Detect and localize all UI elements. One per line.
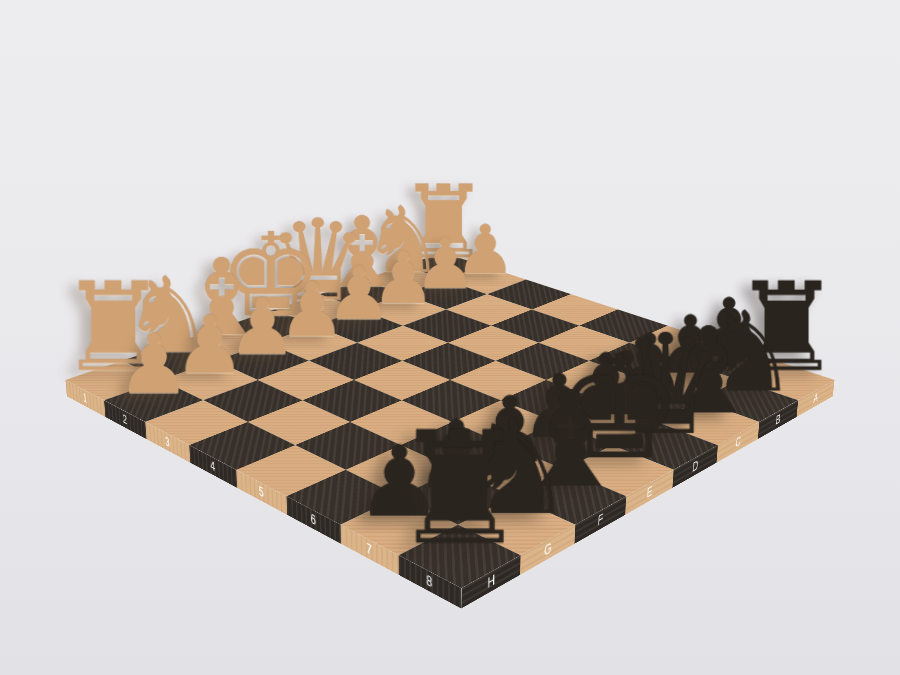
perspective-stage: ♜♟♟♜♞♟♟♞♝♟♟♝♛♟♟♛♚♟♟♚♝♟♟♝♞♟♟♞♜♟♟♜ 1234567… — [0, 0, 900, 675]
chessboard: ♜♟♟♜♞♟♟♞♝♟♟♝♛♟♟♛♚♟♟♚♝♟♟♝♞♟♟♞♜♟♟♜ 1234567… — [65, 253, 834, 589]
edge-label-text: 6 — [310, 512, 316, 528]
edge-label-text: 3 — [165, 435, 170, 449]
edge-label-text: 4 — [210, 459, 216, 474]
scene-background: ♜♟♟♜♞♟♟♞♝♟♟♝♛♟♟♛♚♟♟♚♝♟♟♝♞♟♟♞♜♟♟♜ 1234567… — [0, 0, 900, 675]
edge-label-text: 8 — [426, 573, 433, 590]
piece-white-pawn[interactable]: ♟ — [96, 324, 211, 406]
edge-label-text: H — [487, 573, 495, 591]
edge-label-text: 2 — [122, 413, 127, 427]
edge-label-text: 1 — [83, 392, 88, 405]
piece-black-rook[interactable]: ♜ — [351, 411, 567, 566]
board-top-face: ♜♟♟♜♞♟♟♞♝♟♟♝♛♟♟♛♚♟♟♚♝♟♟♝♞♟♟♞♜♟♟♜ — [65, 253, 834, 589]
edge-label-text: 5 — [258, 485, 264, 500]
